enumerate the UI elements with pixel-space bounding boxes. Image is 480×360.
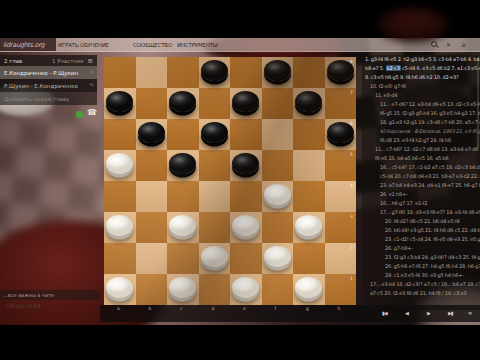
menu-item-play[interactable]: ИГРАТЬ: [58, 42, 78, 48]
menu-item-community[interactable]: СООБЩЕСТВО: [133, 42, 172, 48]
move-line-22[interactable]: 26. g7-h8+-: [362, 244, 480, 253]
search-icon[interactable]: [431, 41, 438, 48]
rank-label-8: 8: [350, 59, 353, 64]
file-label-c: c: [180, 306, 182, 311]
move-line-11[interactable]: 11... c7-b6? 12. d2:c7 d8:b6 13. a3-b4 e…: [362, 145, 480, 154]
close-icon[interactable]: ✕: [446, 41, 451, 48]
move-line-21[interactable]: 23. c1-d2! c5-d4 24. f6-e5 d4-e3 25. e5:…: [362, 235, 480, 244]
edit-chapter-icon[interactable]: ✎: [89, 82, 94, 88]
rank-label-4: 4: [350, 183, 353, 188]
black-piece-c7[interactable]: [169, 91, 196, 112]
move-line-9[interactable]: Ю.Кирсанов - В.Евсюков, 1963 21. e3-f6 g…: [362, 127, 480, 136]
move-text: b8-a7 5.: [365, 65, 386, 71]
square-d5[interactable]: [199, 150, 231, 181]
square-f7[interactable]: [262, 88, 294, 119]
file-label-e: e: [243, 306, 246, 311]
square-c8[interactable]: [167, 57, 199, 88]
square-f5[interactable]: [262, 150, 294, 181]
rank-label-7: 7: [350, 90, 353, 95]
rank-label-5: 5: [350, 152, 353, 157]
square-g2[interactable]: [293, 243, 325, 274]
rank-label-3: 3: [350, 214, 353, 219]
move-line-19[interactable]: 20. f4:d2? d6-c5 21. b6:d4 e5:f4: [362, 217, 480, 226]
square-f6[interactable]: [262, 119, 294, 150]
move-line-16[interactable]: 26. e1:h8+-: [362, 190, 480, 199]
black-piece-a7[interactable]: [106, 91, 133, 112]
square-g6[interactable]: [293, 119, 325, 150]
move-list-panel: 1. g3-f4 f6-e5 2. h2-g3 b6-c5 3. c3-b4 a…: [362, 55, 480, 310]
square-g4[interactable]: [293, 181, 325, 212]
file-label-h: h: [338, 306, 341, 311]
square-b2[interactable]: [136, 243, 168, 274]
rank-label-6: 6: [350, 121, 353, 126]
video-frame: lidraughts.org ИГРАТЬ ОБУЧЕНИЕ СООБЩЕСТВ…: [0, 0, 480, 360]
square-c2[interactable]: [167, 243, 199, 274]
black-piece-e5[interactable]: [232, 153, 259, 174]
move-line-20[interactable]: 20. b6:d4! e3:g5 21. f4:h6 d6-c5 22. d4:…: [362, 226, 480, 235]
letterbox-top: [0, 0, 480, 38]
move-line-10[interactable]: f6:d8 23. e3-f4 h2:g7 24. f4:h6: [362, 136, 480, 145]
square-a4[interactable]: [104, 181, 136, 212]
chapter-item-1[interactable]: Е.Кондраченко - Р.Щукин ✎: [0, 66, 97, 79]
white-piece-a5[interactable]: [106, 153, 133, 174]
square-e2[interactable]: [230, 243, 262, 274]
last-move-button[interactable]: ▶▮: [448, 310, 453, 316]
white-piece-e1[interactable]: [232, 277, 259, 298]
black-piece-d8[interactable]: [201, 60, 228, 81]
black-piece-c5[interactable]: [169, 153, 196, 174]
move-text: c5-d4 6. e3:c5 d6:b2 7. a1:c3 e5-d4: [401, 65, 480, 71]
chat-overlay: ...все важны в чате: [0, 290, 100, 300]
chat-text: ...все важны в чате: [3, 292, 54, 298]
playback-bar: ▮◀ ◀ ▶ ▶▮ ≡ abcdefgh: [100, 305, 480, 322]
move-line-26[interactable]: 17... e3-b4 18. d2-c3!? a7:c5 / 18... b4…: [362, 280, 480, 289]
square-e8[interactable]: [230, 57, 262, 88]
square-b4[interactable]: [136, 181, 168, 212]
move-line-23[interactable]: 23. f2-g3 c3-b4 24. g3-f4!? d4-c3 25. f4…: [362, 253, 480, 262]
phone-icon[interactable]: ☎: [87, 108, 97, 117]
file-label-g: g: [306, 306, 309, 311]
move-line-17[interactable]: 16... h6-g7 17. e1-f2: [362, 199, 480, 208]
add-chapter-label: Добавить новую главу: [4, 96, 70, 102]
letterbox-bottom: [0, 325, 480, 360]
menu-icon[interactable]: ≡: [461, 41, 466, 48]
study-sidebar: 2 глав 1 Участник ≡ Е.Кондраченко - Р.Щу…: [0, 55, 97, 105]
file-label-a: a: [117, 306, 120, 311]
file-label-d: d: [212, 306, 215, 311]
site-watermark: lidraughts.org: [3, 41, 44, 49]
move-line-13[interactable]: 16... c5-b4? 17. c1-b2 a7:c5 18. d2-c3 b…: [362, 163, 480, 172]
move-line-4[interactable]: 10. f2-e3! g7-f6: [362, 82, 480, 91]
white-piece-c3[interactable]: [169, 215, 196, 236]
tab-members[interactable]: 1 Участник: [52, 58, 84, 64]
add-chapter-button[interactable]: Добавить новую главу: [0, 92, 97, 105]
move-line-6[interactable]: 11... e7-d6? 12. a3-b4 d6-e5 13. d2-c3 e…: [362, 100, 480, 109]
more-icon[interactable]: ≡: [468, 310, 472, 316]
chapter-2-title: Р.Щукин - Е.Кондраченко: [4, 83, 78, 89]
checkers-board: 87654321: [104, 57, 356, 305]
square-f1[interactable]: [262, 274, 294, 305]
move-line-14[interactable]: c5-d4 20. c7-b8 d4-e3 21. b8-a7 e3-d2 22…: [362, 172, 480, 181]
black-piece-b6[interactable]: [138, 122, 165, 143]
search-handle: [436, 45, 439, 48]
square-g5[interactable]: [293, 150, 325, 181]
white-piece-f2[interactable]: [264, 246, 291, 267]
menu-item-tools[interactable]: ИНСТРУМЕНТЫ: [177, 42, 218, 48]
white-piece-d2[interactable]: [201, 246, 228, 267]
move-line-15[interactable]: 23. a7:b4 b4-e3 24. d4-e1 f8-e7 25. h6-g…: [362, 181, 480, 190]
black-piece-e7[interactable]: [232, 91, 259, 112]
move-line-5[interactable]: 11. e3-d4: [362, 91, 480, 100]
move-line-2[interactable]: b8-a7 5. b2-c3 c5-d4 6. e3:c5 d6:b2 7. a…: [362, 64, 480, 73]
square-c6[interactable]: [167, 119, 199, 150]
move-line-27[interactable]: a7:c5 20. f2-e3 f8:d6 21. h4:f8 / 19. c3…: [362, 289, 480, 298]
white-piece-a3[interactable]: [106, 215, 133, 236]
chapter-1-title: Е.Кондраченко - Р.Щукин: [4, 70, 78, 76]
menu-item-learn[interactable]: ОБУЧЕНИЕ: [80, 42, 109, 48]
next-move-button[interactable]: ▶: [427, 310, 430, 316]
square-d7[interactable]: [199, 88, 231, 119]
background-red-piece-top: [378, 8, 448, 42]
move-line-25[interactable]: 29. c1:e3 e5-f4 30. e3:g5 h4:h6+-: [362, 271, 480, 280]
move-line-12[interactable]: f6-e5 15. b4-a5 b6-c5 16. a5:b6: [362, 154, 480, 163]
black-piece-f8[interactable]: [264, 60, 291, 81]
chapter-item-2[interactable]: Р.Щукин - Е.Кондраченко ✎: [0, 79, 97, 92]
square-b8[interactable]: [136, 57, 168, 88]
prev-move-button[interactable]: ◀: [405, 310, 408, 316]
file-label-f: f: [275, 306, 277, 311]
scrollbar[interactable]: [477, 58, 479, 148]
square-a8[interactable]: [104, 57, 136, 88]
move-line-3[interactable]: 8. c3:e5 h6-g5 9. f4:h6 d6:h2 10. d2-e3?: [362, 73, 480, 82]
move-line-18[interactable]: 17... g7-f6! 18. d3-e3 f8-e7? 19. e3-f4 …: [362, 208, 480, 217]
white-piece-g3[interactable]: [295, 215, 322, 236]
white-piece-f4[interactable]: [264, 184, 291, 205]
white-piece-e3[interactable]: [232, 215, 259, 236]
white-piece-a1[interactable]: [106, 277, 133, 298]
edit-chapter-icon[interactable]: ✎: [89, 69, 94, 75]
caption-label: Обзор №84: [6, 302, 41, 309]
square-c4[interactable]: [167, 181, 199, 212]
move-line-8[interactable]: 18. g1:e3 h2-g1 19. c3-d6 c7-b6 20. a5:c…: [362, 118, 480, 127]
black-piece-g7[interactable]: [295, 91, 322, 112]
rank-label-2: 2: [350, 245, 353, 250]
square-b7[interactable]: [136, 88, 168, 119]
square-b1[interactable]: [136, 274, 168, 305]
square-e6[interactable]: [230, 119, 262, 150]
square-d4[interactable]: [199, 181, 231, 212]
square-d3[interactable]: [199, 212, 231, 243]
square-d1[interactable]: [199, 274, 231, 305]
first-move-button[interactable]: ▮◀: [382, 310, 387, 316]
square-e4[interactable]: [230, 181, 262, 212]
black-piece-d6[interactable]: [201, 122, 228, 143]
rank-label-1: 1: [350, 276, 353, 281]
square-a6[interactable]: [104, 119, 136, 150]
tab-chapters[interactable]: 2 глав: [4, 58, 22, 64]
move-line-24[interactable]: 26. g5-h6 e7-f6 27. h4-g5 f6:h4 28. h6-g…: [362, 262, 480, 271]
square-f3[interactable]: [262, 212, 294, 243]
file-label-b: b: [149, 306, 152, 311]
square-b5[interactable]: [136, 150, 168, 181]
hamburger-icon[interactable]: ≡: [87, 57, 93, 65]
square-g8[interactable]: [293, 57, 325, 88]
move-line-7[interactable]: f6-g5 15. f2-g3 g5-h4 16. g3:e5 h4-g3 17…: [362, 109, 480, 118]
sidebar-tabs: 2 глав 1 Участник ≡: [0, 55, 97, 66]
square-a2[interactable]: [104, 243, 136, 274]
square-b3[interactable]: [136, 212, 168, 243]
caption-text: Обзор №84: [6, 302, 41, 309]
app-content: lidraughts.org ИГРАТЬ ОБУЧЕНИЕ СООБЩЕСТВ…: [0, 38, 480, 325]
current-move-highlight[interactable]: b2-c3: [386, 65, 401, 71]
white-piece-g1[interactable]: [295, 277, 322, 298]
white-piece-c1[interactable]: [169, 277, 196, 298]
move-line-1[interactable]: 1. g3-f4 f6-e5 2. h2-g3 b6-c5 3. c3-b4 a…: [362, 55, 480, 64]
status-green-icon: [76, 111, 83, 118]
